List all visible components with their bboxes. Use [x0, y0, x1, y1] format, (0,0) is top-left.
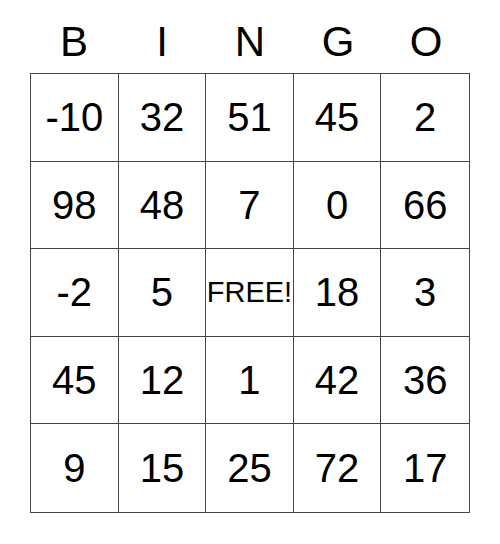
cell-O1[interactable]: 2 [381, 74, 469, 162]
bingo-card: BINGO -10325145298487066-25FREE!18345121… [0, 0, 500, 544]
cell-B4[interactable]: 45 [31, 337, 119, 425]
cell-I2[interactable]: 48 [119, 162, 207, 250]
bingo-header: BINGO [30, 0, 470, 73]
cell-N4[interactable]: 1 [206, 337, 294, 425]
cell-N2[interactable]: 7 [206, 162, 294, 250]
cell-O5[interactable]: 17 [381, 424, 469, 512]
cell-O2[interactable]: 66 [381, 162, 469, 250]
cell-I1[interactable]: 32 [119, 74, 207, 162]
cell-I3[interactable]: 5 [119, 249, 207, 337]
column-letter-I: I [118, 0, 206, 73]
free-cell[interactable]: FREE! [206, 249, 294, 337]
cell-G5[interactable]: 72 [294, 424, 382, 512]
cell-B1[interactable]: -10 [31, 74, 119, 162]
column-letter-B: B [30, 0, 118, 73]
bingo-board: BINGO -10325145298487066-25FREE!18345121… [30, 0, 470, 513]
cell-G3[interactable]: 18 [294, 249, 382, 337]
column-letter-N: N [206, 0, 294, 73]
cell-O3[interactable]: 3 [381, 249, 469, 337]
cell-B2[interactable]: 98 [31, 162, 119, 250]
cell-I5[interactable]: 15 [119, 424, 207, 512]
cell-B3[interactable]: -2 [31, 249, 119, 337]
cell-G2[interactable]: 0 [294, 162, 382, 250]
column-letter-O: O [382, 0, 470, 73]
bingo-grid: -10325145298487066-25FREE!18345121423691… [30, 73, 470, 513]
cell-O4[interactable]: 36 [381, 337, 469, 425]
column-letter-G: G [294, 0, 382, 73]
cell-B5[interactable]: 9 [31, 424, 119, 512]
cell-G1[interactable]: 45 [294, 74, 382, 162]
cell-N1[interactable]: 51 [206, 74, 294, 162]
cell-N5[interactable]: 25 [206, 424, 294, 512]
cell-G4[interactable]: 42 [294, 337, 382, 425]
cell-I4[interactable]: 12 [119, 337, 207, 425]
